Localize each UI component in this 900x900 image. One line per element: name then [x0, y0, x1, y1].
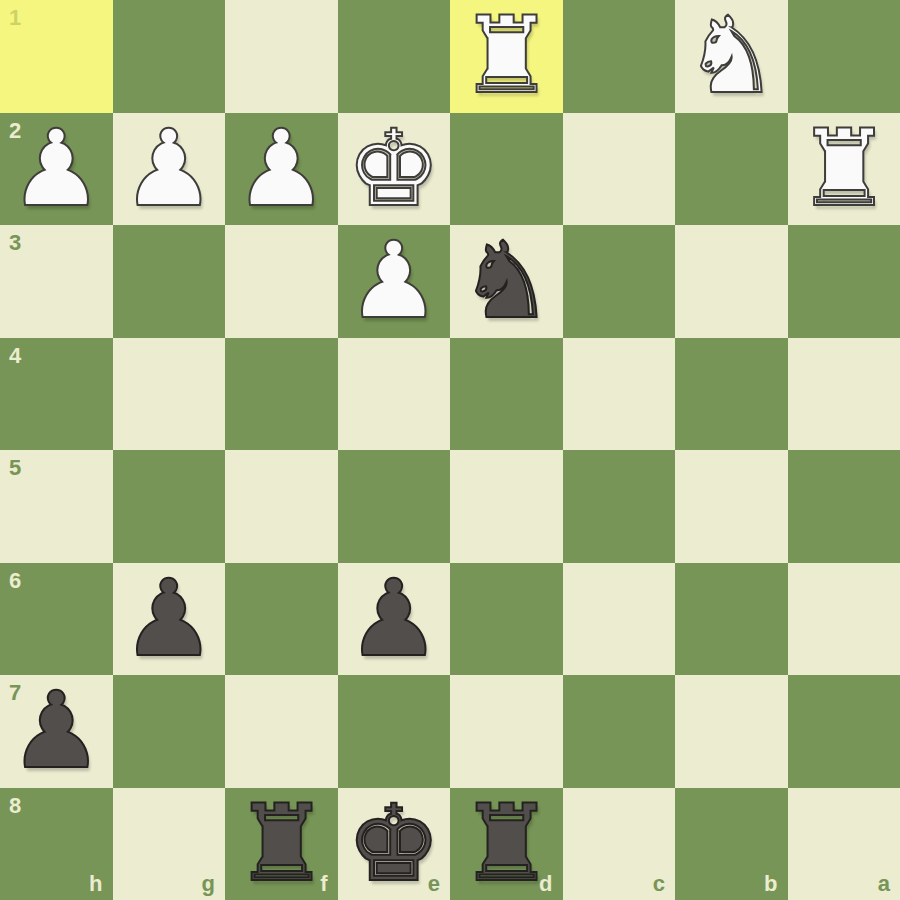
black-rook-d8[interactable]: ♜	[459, 788, 554, 900]
square-e7[interactable]	[338, 675, 451, 788]
square-a4[interactable]	[788, 338, 900, 451]
square-c5[interactable]	[563, 450, 676, 563]
square-g8[interactable]: g	[113, 788, 226, 900]
square-a3[interactable]	[788, 225, 900, 338]
square-h2[interactable]: 2♟	[0, 113, 113, 226]
square-d7[interactable]	[450, 675, 563, 788]
square-e6[interactable]: ♟	[338, 563, 451, 676]
square-g3[interactable]	[113, 225, 226, 338]
white-king-e2[interactable]: ♚	[346, 113, 441, 226]
square-e2[interactable]: ♚	[338, 113, 451, 226]
rank-label-1: 1	[9, 5, 21, 31]
square-h1[interactable]: 1	[0, 0, 113, 113]
square-f1[interactable]	[225, 0, 338, 113]
square-d4[interactable]	[450, 338, 563, 451]
square-c3[interactable]	[563, 225, 676, 338]
square-a2[interactable]: ♜	[788, 113, 900, 226]
white-pawn-e3[interactable]: ♟	[346, 225, 441, 338]
square-h4[interactable]: 4	[0, 338, 113, 451]
square-h8[interactable]: 8h	[0, 788, 113, 900]
black-pawn-g6[interactable]: ♟	[121, 563, 216, 676]
square-b7[interactable]	[675, 675, 788, 788]
rank-label-6: 6	[9, 568, 21, 594]
square-a8[interactable]: a	[788, 788, 900, 900]
square-d5[interactable]	[450, 450, 563, 563]
rank-label-5: 5	[9, 455, 21, 481]
file-label-b: b	[764, 871, 777, 897]
square-g5[interactable]	[113, 450, 226, 563]
black-pawn-h7[interactable]: ♟	[9, 675, 104, 788]
square-d6[interactable]	[450, 563, 563, 676]
square-d1[interactable]: ♜	[450, 0, 563, 113]
black-knight-d3[interactable]: ♞	[459, 225, 554, 338]
black-king-e8[interactable]: ♚	[346, 788, 441, 900]
rank-label-4: 4	[9, 343, 21, 369]
square-h6[interactable]: 6	[0, 563, 113, 676]
white-pawn-f2[interactable]: ♟	[234, 113, 329, 226]
square-a6[interactable]	[788, 563, 900, 676]
square-f6[interactable]	[225, 563, 338, 676]
square-e4[interactable]	[338, 338, 451, 451]
square-f2[interactable]: ♟	[225, 113, 338, 226]
white-rook-d1[interactable]: ♜	[459, 0, 554, 113]
square-b3[interactable]	[675, 225, 788, 338]
square-c7[interactable]	[563, 675, 676, 788]
square-b6[interactable]	[675, 563, 788, 676]
square-f3[interactable]	[225, 225, 338, 338]
square-g6[interactable]: ♟	[113, 563, 226, 676]
square-f4[interactable]	[225, 338, 338, 451]
black-rook-f8[interactable]: ♜	[234, 788, 329, 900]
square-d8[interactable]: d♜	[450, 788, 563, 900]
file-label-g: g	[202, 871, 215, 897]
square-e1[interactable]	[338, 0, 451, 113]
file-label-a: a	[878, 871, 890, 897]
file-label-c: c	[653, 871, 665, 897]
square-e3[interactable]: ♟	[338, 225, 451, 338]
square-a1[interactable]	[788, 0, 900, 113]
white-pawn-g2[interactable]: ♟	[121, 113, 216, 226]
square-b2[interactable]	[675, 113, 788, 226]
square-a7[interactable]	[788, 675, 900, 788]
rank-label-3: 3	[9, 230, 21, 256]
square-f8[interactable]: f♜	[225, 788, 338, 900]
white-knight-b1[interactable]: ♞	[684, 0, 779, 113]
square-g1[interactable]	[113, 0, 226, 113]
square-h7[interactable]: 7♟	[0, 675, 113, 788]
square-f5[interactable]	[225, 450, 338, 563]
square-c2[interactable]	[563, 113, 676, 226]
chess-board: 1♜♞2♟♟♟♚♜3♟♞456♟♟7♟8hgf♜e♚d♜cba	[0, 0, 900, 900]
square-h3[interactable]: 3	[0, 225, 113, 338]
square-e5[interactable]	[338, 450, 451, 563]
square-d3[interactable]: ♞	[450, 225, 563, 338]
black-pawn-e6[interactable]: ♟	[346, 563, 441, 676]
square-c8[interactable]: c	[563, 788, 676, 900]
square-g4[interactable]	[113, 338, 226, 451]
white-rook-a2[interactable]: ♜	[796, 113, 891, 226]
square-b8[interactable]: b	[675, 788, 788, 900]
square-b4[interactable]	[675, 338, 788, 451]
file-label-h: h	[89, 871, 102, 897]
square-g7[interactable]	[113, 675, 226, 788]
square-b5[interactable]	[675, 450, 788, 563]
square-c1[interactable]	[563, 0, 676, 113]
square-f7[interactable]	[225, 675, 338, 788]
square-c6[interactable]	[563, 563, 676, 676]
square-g2[interactable]: ♟	[113, 113, 226, 226]
square-b1[interactable]: ♞	[675, 0, 788, 113]
square-e8[interactable]: e♚	[338, 788, 451, 900]
square-d2[interactable]	[450, 113, 563, 226]
white-pawn-h2[interactable]: ♟	[9, 113, 104, 226]
square-h5[interactable]: 5	[0, 450, 113, 563]
square-a5[interactable]	[788, 450, 900, 563]
rank-label-8: 8	[9, 793, 21, 819]
square-c4[interactable]	[563, 338, 676, 451]
